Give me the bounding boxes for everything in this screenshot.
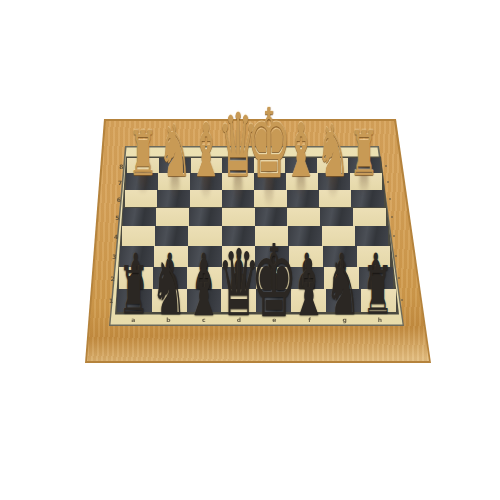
piece-bN-b1: ♞ [151,250,186,326]
piece-layer: ♜♞♝♛♚♝♞♜♟♟♟♟♟♟♟♟♜♞♝♛♚♝♞♜ [0,0,500,500]
piece-wR-a8: ♜ [129,123,158,185]
piece-bR-h1: ♜ [363,258,394,324]
piece-wN-b8: ♞ [158,115,192,187]
piece-bB-f1: ♝ [290,249,326,327]
chess-set-photo: abcdefgh87654321 ♜♞♝♛♚♝♞♜♟♟♟♟♟♟♟♟♜♞♝♛♚♝♞… [0,0,500,500]
piece-wB-f8: ♝ [284,113,318,187]
piece-wR-h8: ♜ [350,123,379,185]
piece-wN-g8: ♞ [316,115,350,187]
piece-bR-a1: ♜ [119,258,150,324]
piece-bN-g1: ♞ [326,250,361,326]
